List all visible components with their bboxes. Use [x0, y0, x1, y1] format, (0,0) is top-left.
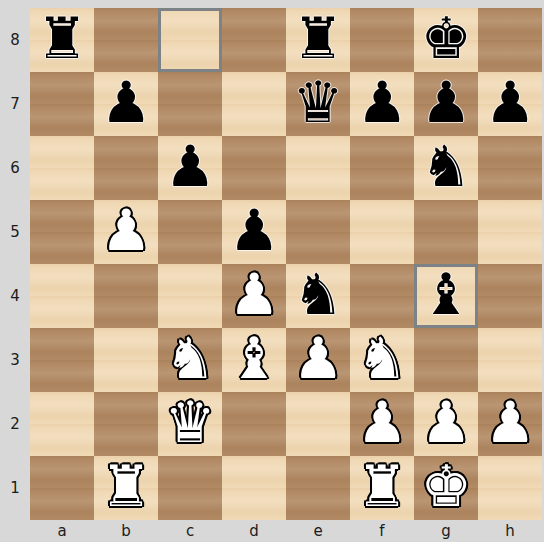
square-e5[interactable]: [286, 200, 350, 264]
square-g3[interactable]: [414, 328, 478, 392]
chess-board: ♜♜♚♟♛♟♟♟♟♞♟♟♟♞♝♞♝♟♞♛♟♟♟♜♜♚: [30, 8, 542, 520]
piece-black-bishop[interactable]: ♝: [420, 266, 471, 323]
square-h6[interactable]: [478, 136, 542, 200]
piece-black-queen[interactable]: ♛: [292, 74, 343, 131]
square-d4[interactable]: ♟: [222, 264, 286, 328]
piece-black-knight[interactable]: ♞: [420, 138, 471, 195]
file-label-h: h: [478, 520, 542, 542]
piece-white-queen[interactable]: ♛: [164, 394, 215, 451]
square-c7[interactable]: [158, 72, 222, 136]
square-b3[interactable]: [94, 328, 158, 392]
square-e1[interactable]: [286, 456, 350, 520]
square-b6[interactable]: [94, 136, 158, 200]
square-f8[interactable]: [350, 8, 414, 72]
file-label-a: a: [30, 520, 94, 542]
rank-label-5: 5: [0, 200, 30, 264]
square-a5[interactable]: [30, 200, 94, 264]
square-d1[interactable]: [222, 456, 286, 520]
square-g5[interactable]: [414, 200, 478, 264]
file-label-c: c: [158, 520, 222, 542]
square-e8[interactable]: ♜: [286, 8, 350, 72]
piece-white-king[interactable]: ♚: [420, 458, 471, 515]
square-c4[interactable]: [158, 264, 222, 328]
square-f2[interactable]: ♟: [350, 392, 414, 456]
piece-black-pawn[interactable]: ♟: [484, 74, 535, 131]
square-c8[interactable]: [158, 8, 222, 72]
piece-white-pawn[interactable]: ♟: [292, 330, 343, 387]
rank-label-1: 1: [0, 456, 30, 520]
piece-white-pawn[interactable]: ♟: [228, 266, 279, 323]
square-h2[interactable]: ♟: [478, 392, 542, 456]
piece-black-king[interactable]: ♚: [420, 10, 471, 67]
square-d6[interactable]: [222, 136, 286, 200]
file-label-e: e: [286, 520, 350, 542]
square-a2[interactable]: [30, 392, 94, 456]
square-d3[interactable]: ♝: [222, 328, 286, 392]
square-h1[interactable]: [478, 456, 542, 520]
rank-label-6: 6: [0, 136, 30, 200]
square-e2[interactable]: [286, 392, 350, 456]
square-e3[interactable]: ♟: [286, 328, 350, 392]
square-b7[interactable]: ♟: [94, 72, 158, 136]
square-g8[interactable]: ♚: [414, 8, 478, 72]
square-e4[interactable]: ♞: [286, 264, 350, 328]
square-g7[interactable]: ♟: [414, 72, 478, 136]
piece-white-pawn[interactable]: ♟: [356, 394, 407, 451]
square-c5[interactable]: [158, 200, 222, 264]
rank-label-3: 3: [0, 328, 30, 392]
square-c6[interactable]: ♟: [158, 136, 222, 200]
square-b2[interactable]: [94, 392, 158, 456]
piece-black-pawn[interactable]: ♟: [228, 202, 279, 259]
square-h8[interactable]: [478, 8, 542, 72]
square-f1[interactable]: ♜: [350, 456, 414, 520]
piece-black-knight[interactable]: ♞: [292, 266, 343, 323]
file-label-b: b: [94, 520, 158, 542]
square-a6[interactable]: [30, 136, 94, 200]
square-a3[interactable]: [30, 328, 94, 392]
square-b8[interactable]: [94, 8, 158, 72]
square-d8[interactable]: [222, 8, 286, 72]
square-f7[interactable]: ♟: [350, 72, 414, 136]
square-b4[interactable]: [94, 264, 158, 328]
square-a4[interactable]: [30, 264, 94, 328]
file-label-f: f: [350, 520, 414, 542]
square-c2[interactable]: ♛: [158, 392, 222, 456]
rank-label-2: 2: [0, 392, 30, 456]
square-c1[interactable]: [158, 456, 222, 520]
piece-black-rook[interactable]: ♜: [36, 10, 87, 67]
file-label-g: g: [414, 520, 478, 542]
square-d2[interactable]: [222, 392, 286, 456]
square-f6[interactable]: [350, 136, 414, 200]
rank-label-4: 4: [0, 264, 30, 328]
rank-label-7: 7: [0, 72, 30, 136]
square-a7[interactable]: [30, 72, 94, 136]
square-g2[interactable]: ♟: [414, 392, 478, 456]
chess-board-window: 87654321 ♜♜♚♟♛♟♟♟♟♞♟♟♟♞♝♞♝♟♞♛♟♟♟♜♜♚ abcd…: [0, 0, 544, 542]
file-labels: abcdefgh: [30, 520, 542, 542]
square-h7[interactable]: ♟: [478, 72, 542, 136]
square-f3[interactable]: ♞: [350, 328, 414, 392]
piece-white-pawn[interactable]: ♟: [484, 394, 535, 451]
piece-white-bishop[interactable]: ♝: [228, 330, 279, 387]
piece-white-knight[interactable]: ♞: [164, 330, 215, 387]
square-g4[interactable]: ♝: [414, 264, 478, 328]
piece-black-pawn[interactable]: ♟: [420, 74, 471, 131]
square-e7[interactable]: ♛: [286, 72, 350, 136]
piece-black-rook[interactable]: ♜: [292, 10, 343, 67]
square-g1[interactable]: ♚: [414, 456, 478, 520]
piece-white-rook[interactable]: ♜: [100, 458, 151, 515]
square-g6[interactable]: ♞: [414, 136, 478, 200]
square-h5[interactable]: [478, 200, 542, 264]
piece-white-rook[interactable]: ♜: [356, 458, 407, 515]
piece-black-pawn[interactable]: ♟: [356, 74, 407, 131]
square-h4[interactable]: [478, 264, 542, 328]
rank-label-8: 8: [0, 8, 30, 72]
piece-black-pawn[interactable]: ♟: [100, 74, 151, 131]
square-d7[interactable]: [222, 72, 286, 136]
square-e6[interactable]: [286, 136, 350, 200]
square-a8[interactable]: ♜: [30, 8, 94, 72]
square-b5[interactable]: ♟: [94, 200, 158, 264]
square-c3[interactable]: ♞: [158, 328, 222, 392]
piece-white-knight[interactable]: ♞: [356, 330, 407, 387]
piece-white-pawn[interactable]: ♟: [100, 202, 151, 259]
square-a1[interactable]: [30, 456, 94, 520]
square-d5[interactable]: ♟: [222, 200, 286, 264]
piece-black-pawn[interactable]: ♟: [164, 138, 215, 195]
square-f4[interactable]: [350, 264, 414, 328]
square-h3[interactable]: [478, 328, 542, 392]
file-label-d: d: [222, 520, 286, 542]
rank-labels: 87654321: [0, 8, 30, 520]
square-f5[interactable]: [350, 200, 414, 264]
piece-white-pawn[interactable]: ♟: [420, 394, 471, 451]
square-b1[interactable]: ♜: [94, 456, 158, 520]
